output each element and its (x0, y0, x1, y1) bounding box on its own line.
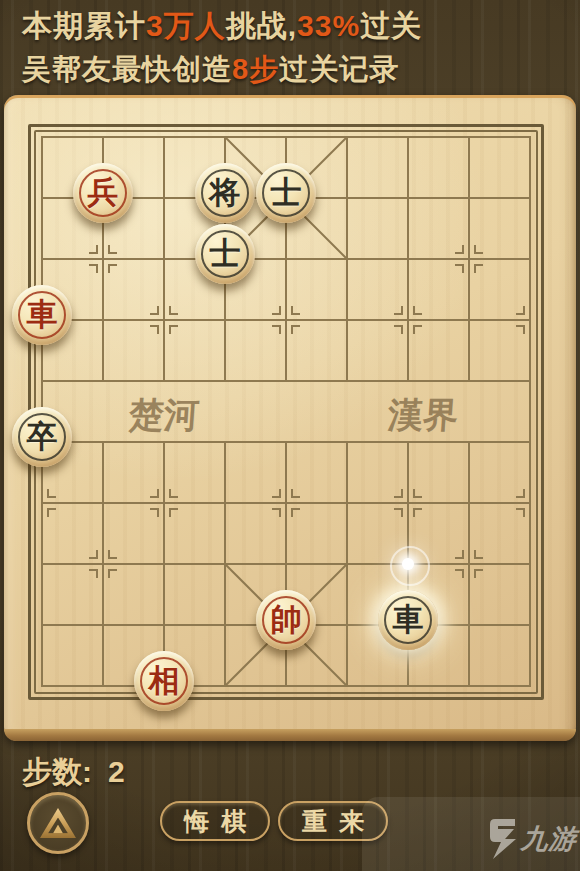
river-text-right: 漢界 (386, 392, 459, 439)
point-marker (455, 245, 464, 254)
stats-participants: 3万人 (146, 9, 226, 42)
point-marker (516, 489, 525, 498)
point-marker (47, 508, 56, 517)
xiangqi-app-screen: 本期累计3万人挑战,33%过关 吴帮友最快创造8步过关记录 楚河 漢界 兵将士士… (0, 0, 580, 871)
stats-pass-rate: 33% (297, 9, 360, 42)
point-marker (474, 569, 483, 578)
step-counter-value: 2 (108, 755, 125, 788)
river-text-left: 楚河 (127, 392, 200, 439)
stats-text: 本期累计 (22, 9, 146, 42)
grid-file-line (468, 441, 470, 687)
piece-character: 兵 (73, 163, 133, 223)
record-line: 吴帮友最快创造8步过关记录 (22, 50, 399, 90)
piece-red-chariot[interactable]: 車 (12, 285, 72, 345)
point-marker (150, 325, 159, 334)
piece-black-advisor[interactable]: 士 (256, 163, 316, 223)
point-marker (394, 489, 403, 498)
point-marker (169, 325, 178, 334)
undo-button[interactable]: 悔棋 (160, 801, 270, 841)
piece-character: 帥 (256, 590, 316, 650)
piece-black-chariot[interactable]: 車 (378, 590, 438, 650)
point-marker (291, 306, 300, 315)
piece-character: 車 (12, 285, 72, 345)
point-marker (47, 489, 56, 498)
point-marker (455, 569, 464, 578)
piece-red-general[interactable]: 帥 (256, 590, 316, 650)
step-counter-label: 步数: (22, 755, 92, 788)
grid-file-line (224, 441, 226, 687)
point-marker (413, 508, 422, 517)
piece-black-advisor[interactable]: 士 (195, 224, 255, 284)
point-marker (394, 306, 403, 315)
piece-character: 車 (378, 590, 438, 650)
point-marker (455, 264, 464, 273)
point-marker (108, 245, 117, 254)
grid-file-line (407, 136, 409, 382)
stats-text: 过关 (360, 9, 422, 42)
point-marker (272, 325, 281, 334)
point-marker (474, 550, 483, 559)
point-marker (516, 508, 525, 517)
grid-file-line (163, 136, 165, 382)
point-marker (272, 489, 281, 498)
point-marker (169, 306, 178, 315)
piece-character: 士 (195, 224, 255, 284)
watermark-text: 九游 (520, 821, 579, 857)
point-marker (413, 325, 422, 334)
point-marker (516, 325, 525, 334)
piece-black-soldier[interactable]: 卒 (12, 407, 72, 467)
step-counter: 步数:2 (22, 752, 125, 793)
expand-menu-button[interactable] (27, 792, 89, 854)
point-marker (394, 325, 403, 334)
piece-character: 士 (256, 163, 316, 223)
point-marker (272, 508, 281, 517)
point-marker (394, 508, 403, 517)
grid-file-line (285, 441, 287, 687)
record-text: 过关记录 (279, 53, 399, 85)
point-marker (150, 306, 159, 315)
point-marker (474, 264, 483, 273)
grid-file-line (346, 441, 348, 687)
point-marker (108, 264, 117, 273)
grid-file-line (468, 136, 470, 382)
challenge-stats-line: 本期累计3万人挑战,33%过关 (22, 6, 422, 47)
point-marker (413, 306, 422, 315)
jiuyou-logo-icon (488, 818, 518, 860)
piece-red-elephant[interactable]: 相 (134, 651, 194, 711)
point-marker (108, 569, 117, 578)
point-marker (108, 550, 117, 559)
record-steps: 8步 (232, 53, 279, 85)
point-marker (413, 489, 422, 498)
piece-black-general[interactable]: 将 (195, 163, 255, 223)
piece-red-soldier[interactable]: 兵 (73, 163, 133, 223)
point-marker (474, 245, 483, 254)
watermark-logo: 九游 (488, 818, 577, 860)
piece-character: 将 (195, 163, 255, 223)
point-marker (516, 306, 525, 315)
piece-character: 相 (134, 651, 194, 711)
point-marker (89, 569, 98, 578)
grid-file-line (102, 441, 104, 687)
grid-file-line (529, 136, 531, 687)
stats-text: 挑战, (226, 9, 297, 42)
point-marker (150, 508, 159, 517)
last-move-sparkle (402, 558, 414, 570)
point-marker (169, 489, 178, 498)
point-marker (89, 245, 98, 254)
point-marker (150, 489, 159, 498)
point-marker (291, 508, 300, 517)
piece-character: 卒 (12, 407, 72, 467)
point-marker (89, 264, 98, 273)
point-marker (169, 508, 178, 517)
point-marker (291, 489, 300, 498)
grid-file-line (346, 136, 348, 382)
point-marker (455, 550, 464, 559)
point-marker (89, 550, 98, 559)
point-marker (291, 325, 300, 334)
point-marker (272, 306, 281, 315)
record-text: 吴帮友最快创造 (22, 53, 232, 85)
